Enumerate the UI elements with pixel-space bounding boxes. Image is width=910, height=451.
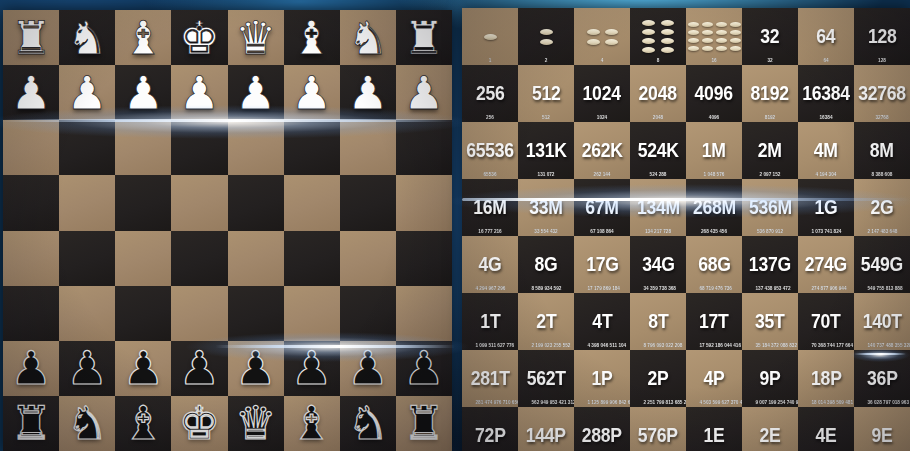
chess-square[interactable]: ♝ bbox=[115, 396, 171, 451]
value-square: 576P576 460 752 303 423 488 bbox=[630, 407, 686, 451]
white-pawn-piece[interactable]: ♟ bbox=[179, 70, 220, 116]
chess-square[interactable]: ♚ bbox=[171, 10, 227, 65]
square-value: 274G bbox=[805, 253, 847, 276]
white-pawn-piece[interactable]: ♟ bbox=[10, 70, 51, 116]
value-square: 4 bbox=[574, 8, 630, 65]
square-value: 36P bbox=[867, 367, 898, 390]
value-square: 4M4 194 304 bbox=[798, 122, 854, 179]
square-exact-value: 16 777 216 bbox=[475, 229, 504, 234]
square-value: 2048 bbox=[639, 82, 677, 105]
value-square: 16 bbox=[686, 8, 742, 65]
chess-square[interactable] bbox=[340, 286, 396, 341]
square-exact-value: 70 368 744 177 664 bbox=[811, 343, 840, 348]
white-bishop-piece[interactable]: ♝ bbox=[123, 15, 164, 61]
value-square: 4T4 398 046 511 104 bbox=[574, 293, 630, 350]
chess-square[interactable]: ♛ bbox=[228, 10, 284, 65]
chess-square[interactable]: ♜ bbox=[396, 396, 452, 451]
chess-square[interactable] bbox=[171, 120, 227, 175]
value-square: 137G137 438 953 472 bbox=[742, 236, 798, 293]
square-exact-value: 4096 bbox=[699, 115, 728, 120]
rice-grain-icon bbox=[661, 29, 674, 35]
square-value: 35T bbox=[755, 310, 785, 333]
square-value: 16M bbox=[473, 196, 506, 219]
square-value: 4T bbox=[592, 310, 612, 333]
black-pawn-piece[interactable]: ♟ bbox=[403, 345, 444, 391]
black-rook-piece[interactable]: ♜ bbox=[10, 400, 51, 446]
square-exact-value: 536 870 912 bbox=[755, 229, 784, 234]
chess-square[interactable] bbox=[59, 286, 115, 341]
square-exact-value: 9 007 199 254 740 992 bbox=[755, 400, 784, 405]
square-exact-value: 274 877 906 944 bbox=[811, 286, 840, 291]
value-square: 524K524 288 bbox=[630, 122, 686, 179]
square-value: 70T bbox=[811, 310, 841, 333]
video-frame: ♜♞♝♚♛♝♞♜♟♟♟♟♟♟♟♟♟♟♟♟♟♟♟♟♜♞♝♚♛♝♞♜ 1248163… bbox=[0, 0, 910, 451]
chess-square[interactable]: ♟ bbox=[228, 65, 284, 120]
square-value: 2P bbox=[647, 367, 668, 390]
value-square: 33M33 554 432 bbox=[518, 179, 574, 236]
chess-square[interactable]: ♞ bbox=[59, 10, 115, 65]
value-square: 8 bbox=[630, 8, 686, 65]
square-value: 144P bbox=[526, 424, 566, 447]
rice-grain-icon bbox=[661, 20, 674, 26]
chess-square[interactable] bbox=[59, 175, 115, 230]
value-square: 1638416384 bbox=[798, 65, 854, 122]
black-knight-piece[interactable]: ♞ bbox=[347, 400, 388, 446]
square-exact-value: 4 503 599 627 370 496 bbox=[699, 400, 728, 405]
square-value: 9E bbox=[871, 424, 892, 447]
white-bishop-piece[interactable]: ♝ bbox=[291, 15, 332, 61]
chess-square[interactable] bbox=[396, 286, 452, 341]
value-square: 9P9 007 199 254 740 992 bbox=[742, 350, 798, 407]
rice-grain-icon bbox=[540, 29, 553, 35]
value-square: 34G34 359 738 368 bbox=[630, 236, 686, 293]
square-exact-value: 32 bbox=[755, 58, 784, 63]
value-square: 35T35 184 372 088 832 bbox=[742, 293, 798, 350]
square-exact-value: 4 398 046 511 104 bbox=[587, 343, 616, 348]
white-pawn-piece[interactable]: ♟ bbox=[403, 70, 444, 116]
square-exact-value: 268 435 456 bbox=[699, 229, 728, 234]
white-knight-piece[interactable]: ♞ bbox=[67, 15, 108, 61]
rice-grains-group bbox=[587, 29, 618, 45]
value-square: 1T1 099 511 627 776 bbox=[462, 293, 518, 350]
value-square: 144P144 115 188 075 855 872 bbox=[518, 407, 574, 451]
value-square: 1 bbox=[462, 8, 518, 65]
chess-square[interactable] bbox=[115, 120, 171, 175]
value-square: 2T2 199 023 255 552 bbox=[518, 293, 574, 350]
square-exact-value: 16384 bbox=[811, 115, 840, 120]
square-value: 33M bbox=[529, 196, 562, 219]
chess-square[interactable] bbox=[284, 231, 340, 286]
square-exact-value: 8 388 608 bbox=[867, 172, 896, 177]
chess-square[interactable] bbox=[228, 231, 284, 286]
square-value: 137G bbox=[749, 253, 791, 276]
value-square: 8T8 796 093 022 208 bbox=[630, 293, 686, 350]
black-rook-piece[interactable]: ♜ bbox=[403, 400, 444, 446]
chess-square[interactable]: ♟ bbox=[171, 65, 227, 120]
rice-grain-icon bbox=[484, 34, 497, 40]
white-pawn-piece[interactable]: ♟ bbox=[123, 70, 164, 116]
square-exact-value: 68 719 476 736 bbox=[699, 286, 728, 291]
rice-grain-icon bbox=[702, 30, 713, 35]
white-king-piece[interactable]: ♚ bbox=[179, 15, 220, 61]
square-value: 17T bbox=[699, 310, 729, 333]
chess-square[interactable] bbox=[59, 120, 115, 175]
square-exact-value: 524 288 bbox=[643, 172, 672, 177]
chess-square[interactable] bbox=[59, 231, 115, 286]
chess-square[interactable]: ♝ bbox=[284, 10, 340, 65]
square-exact-value: 2 147 483 648 bbox=[867, 229, 896, 234]
black-pawn-piece[interactable]: ♟ bbox=[10, 345, 51, 391]
square-value: 524K bbox=[637, 139, 678, 162]
square-value: 1M bbox=[702, 139, 726, 162]
value-square: 70T70 368 744 177 664 bbox=[798, 293, 854, 350]
chess-square[interactable] bbox=[171, 175, 227, 230]
square-value: 8M bbox=[870, 139, 894, 162]
value-square: 72P72 057 594 037 927 936 bbox=[462, 407, 518, 451]
square-exact-value: 137 438 953 472 bbox=[755, 286, 784, 291]
square-exact-value: 140 737 488 355 328 bbox=[867, 343, 896, 348]
square-exact-value: 35 184 372 088 832 bbox=[755, 343, 784, 348]
chess-square[interactable]: ♚ bbox=[171, 396, 227, 451]
chess-square[interactable]: ♜ bbox=[3, 10, 59, 65]
chess-square[interactable] bbox=[115, 286, 171, 341]
square-exact-value: 2 251 799 813 685 248 bbox=[643, 400, 672, 405]
rice-grain-icon bbox=[587, 39, 600, 45]
square-value: 67M bbox=[585, 196, 618, 219]
square-exact-value: 8 bbox=[643, 58, 672, 63]
value-square: 36P36 028 797 018 963 968 bbox=[854, 350, 910, 407]
square-value: 4096 bbox=[695, 82, 733, 105]
chess-square[interactable] bbox=[228, 175, 284, 230]
chess-square[interactable] bbox=[284, 175, 340, 230]
square-exact-value: 33 554 432 bbox=[531, 229, 560, 234]
chess-square[interactable] bbox=[228, 286, 284, 341]
chess-square[interactable] bbox=[340, 231, 396, 286]
square-exact-value: 128 bbox=[867, 58, 896, 63]
black-bishop-piece[interactable]: ♝ bbox=[123, 400, 164, 446]
square-exact-value: 281 474 976 710 656 bbox=[475, 400, 504, 405]
value-square: 262K262 144 bbox=[574, 122, 630, 179]
chess-square[interactable] bbox=[284, 286, 340, 341]
rice-grain-icon bbox=[587, 29, 600, 35]
square-exact-value: 1 048 576 bbox=[699, 172, 728, 177]
value-square: 8G8 589 934 592 bbox=[518, 236, 574, 293]
black-pawn-piece[interactable]: ♟ bbox=[67, 345, 108, 391]
chess-square[interactable] bbox=[115, 175, 171, 230]
black-king-piece[interactable]: ♚ bbox=[179, 400, 220, 446]
value-square: 512512 bbox=[518, 65, 574, 122]
rice-grain-icon bbox=[716, 22, 727, 27]
white-pawn-piece[interactable]: ♟ bbox=[235, 70, 276, 116]
chess-square[interactable]: ♟ bbox=[284, 65, 340, 120]
chess-square[interactable]: ♟ bbox=[340, 65, 396, 120]
square-exact-value: 262 144 bbox=[587, 172, 616, 177]
value-square: 20482048 bbox=[630, 65, 686, 122]
square-exact-value: 67 108 864 bbox=[587, 229, 616, 234]
rice-grain-icon bbox=[730, 30, 741, 35]
square-value: 8T bbox=[648, 310, 668, 333]
square-exact-value: 1 099 511 627 776 bbox=[475, 343, 504, 348]
chess-square[interactable] bbox=[171, 231, 227, 286]
square-value: 128 bbox=[868, 25, 897, 48]
value-square: 4E4 611 686 018 427 387 904 bbox=[798, 407, 854, 451]
value-square: 1G1 073 741 824 bbox=[798, 179, 854, 236]
white-knight-piece[interactable]: ♞ bbox=[347, 15, 388, 61]
white-rook-piece[interactable]: ♜ bbox=[403, 15, 444, 61]
chess-board: ♜♞♝♚♛♝♞♜♟♟♟♟♟♟♟♟♟♟♟♟♟♟♟♟♜♞♝♚♛♝♞♜ bbox=[3, 10, 452, 451]
value-square: 131K131 072 bbox=[518, 122, 574, 179]
value-square: 549G549 755 813 888 bbox=[854, 236, 910, 293]
chess-square[interactable] bbox=[3, 120, 59, 175]
square-value: 1P bbox=[591, 367, 612, 390]
white-pawn-piece[interactable]: ♟ bbox=[291, 70, 332, 116]
rice-grains-group bbox=[688, 22, 741, 51]
rice-grain-icon bbox=[716, 46, 727, 51]
white-pawn-piece[interactable]: ♟ bbox=[347, 70, 388, 116]
value-square: 8M8 388 608 bbox=[854, 122, 910, 179]
value-square: 6464 bbox=[798, 8, 854, 65]
value-square: 3232 bbox=[742, 8, 798, 65]
rice-grain-icon bbox=[605, 29, 618, 35]
value-square: 2M2 097 152 bbox=[742, 122, 798, 179]
chess-square[interactable] bbox=[3, 175, 59, 230]
black-pawn-piece[interactable]: ♟ bbox=[347, 345, 388, 391]
square-exact-value: 1 125 899 906 842 624 bbox=[587, 400, 616, 405]
value-square: 2 bbox=[518, 8, 574, 65]
value-square: 17G17 179 869 184 bbox=[574, 236, 630, 293]
value-square: 1E1 152 921 504 606 846 976 bbox=[686, 407, 742, 451]
chess-square[interactable]: ♟ bbox=[396, 341, 452, 396]
square-exact-value: 18 014 398 509 481 984 bbox=[811, 400, 840, 405]
black-pawn-piece[interactable]: ♟ bbox=[291, 345, 332, 391]
black-knight-piece[interactable]: ♞ bbox=[67, 400, 108, 446]
white-rook-piece[interactable]: ♜ bbox=[10, 15, 51, 61]
chess-square[interactable] bbox=[396, 120, 452, 175]
rice-grain-icon bbox=[716, 30, 727, 35]
value-square: 68G68 719 476 736 bbox=[686, 236, 742, 293]
rice-grain-icon bbox=[661, 47, 674, 53]
black-pawn-piece[interactable]: ♟ bbox=[123, 345, 164, 391]
chess-square[interactable]: ♟ bbox=[228, 341, 284, 396]
chess-square[interactable]: ♞ bbox=[340, 10, 396, 65]
square-exact-value: 131 072 bbox=[531, 172, 560, 177]
chess-square[interactable] bbox=[3, 286, 59, 341]
black-pawn-piece[interactable]: ♟ bbox=[235, 345, 276, 391]
square-exact-value: 1024 bbox=[587, 115, 616, 120]
square-value: 32768 bbox=[858, 82, 906, 105]
square-value: 8192 bbox=[751, 82, 789, 105]
value-square: 18P18 014 398 509 481 984 bbox=[798, 350, 854, 407]
square-exact-value: 1 073 741 824 bbox=[811, 229, 840, 234]
rice-grain-icon bbox=[605, 39, 618, 45]
rice-grain-icon bbox=[716, 38, 727, 43]
chess-square[interactable]: ♞ bbox=[340, 396, 396, 451]
square-value: 4E bbox=[815, 424, 836, 447]
square-exact-value: 2048 bbox=[643, 115, 672, 120]
square-exact-value: 32768 bbox=[867, 115, 896, 120]
square-value: 32 bbox=[760, 25, 779, 48]
rice-grains-group bbox=[540, 29, 553, 45]
square-value: 2M bbox=[758, 139, 782, 162]
chess-square[interactable]: ♟ bbox=[115, 341, 171, 396]
square-exact-value: 549 755 813 888 bbox=[867, 286, 896, 291]
white-pawn-piece[interactable]: ♟ bbox=[67, 70, 108, 116]
square-exact-value: 34 359 738 368 bbox=[643, 286, 672, 291]
square-value: 2E bbox=[759, 424, 780, 447]
chess-square[interactable] bbox=[284, 120, 340, 175]
value-square: 10241024 bbox=[574, 65, 630, 122]
square-exact-value: 8 589 934 592 bbox=[531, 286, 560, 291]
rice-grain-icon bbox=[642, 38, 655, 44]
white-queen-piece[interactable]: ♛ bbox=[235, 15, 276, 61]
square-exact-value: 2 097 152 bbox=[755, 172, 784, 177]
square-value: 2G bbox=[871, 196, 894, 219]
rice-grain-icon bbox=[702, 38, 713, 43]
square-value: 72P bbox=[475, 424, 506, 447]
black-queen-piece[interactable]: ♛ bbox=[235, 400, 276, 446]
square-value: 8G bbox=[535, 253, 558, 276]
chess-square[interactable]: ♟ bbox=[171, 341, 227, 396]
rice-grain-icon bbox=[642, 29, 655, 35]
rice-grain-icon bbox=[642, 20, 655, 26]
rice-grain-icon bbox=[688, 22, 699, 27]
chess-square[interactable]: ♟ bbox=[340, 341, 396, 396]
square-exact-value: 8192 bbox=[755, 115, 784, 120]
square-value: 4P bbox=[703, 367, 724, 390]
square-value: 536M bbox=[749, 196, 792, 219]
square-exact-value: 16 bbox=[699, 58, 728, 63]
chess-square[interactable]: ♟ bbox=[3, 341, 59, 396]
black-pawn-piece[interactable]: ♟ bbox=[179, 345, 220, 391]
value-square: 2P2 251 799 813 685 248 bbox=[630, 350, 686, 407]
value-square: 536M536 870 912 bbox=[742, 179, 798, 236]
rice-grain-icon bbox=[688, 30, 699, 35]
value-square: 16M16 777 216 bbox=[462, 179, 518, 236]
value-square: 4G4 294 967 296 bbox=[462, 236, 518, 293]
square-exact-value: 8 796 093 022 208 bbox=[643, 343, 672, 348]
square-value: 262K bbox=[581, 139, 622, 162]
chess-square[interactable]: ♜ bbox=[3, 396, 59, 451]
square-value: 16384 bbox=[802, 82, 850, 105]
chess-square[interactable] bbox=[396, 231, 452, 286]
square-value: 1024 bbox=[583, 82, 621, 105]
square-exact-value: 17 179 869 184 bbox=[587, 286, 616, 291]
chess-square[interactable] bbox=[396, 175, 452, 230]
value-square: 81928192 bbox=[742, 65, 798, 122]
chess-square[interactable] bbox=[115, 231, 171, 286]
square-value: 65536 bbox=[466, 139, 514, 162]
chess-square[interactable]: ♟ bbox=[59, 65, 115, 120]
value-square: 281T281 474 976 710 656 bbox=[462, 350, 518, 407]
value-square: 274G274 877 906 944 bbox=[798, 236, 854, 293]
rice-grain-icon bbox=[730, 22, 741, 27]
square-value: 512 bbox=[532, 82, 561, 105]
square-value: 1G bbox=[815, 196, 838, 219]
square-value: 281T bbox=[470, 367, 509, 390]
value-square: 140T140 737 488 355 328 bbox=[854, 293, 910, 350]
square-value: 2T bbox=[536, 310, 556, 333]
chess-square[interactable]: ♟ bbox=[396, 65, 452, 120]
rice-grains-group bbox=[484, 34, 497, 40]
square-exact-value: 17 592 186 044 416 bbox=[699, 343, 728, 348]
value-square: 3276832768 bbox=[854, 65, 910, 122]
value-square: 4P4 503 599 627 370 496 bbox=[686, 350, 742, 407]
square-value: 4G bbox=[479, 253, 502, 276]
chess-square[interactable] bbox=[3, 231, 59, 286]
square-value: 576P bbox=[638, 424, 678, 447]
square-exact-value: 64 bbox=[811, 58, 840, 63]
rice-grain-icon bbox=[688, 38, 699, 43]
chess-square[interactable]: ♝ bbox=[115, 10, 171, 65]
rice-grain-icon bbox=[688, 46, 699, 51]
square-value: 288P bbox=[582, 424, 622, 447]
square-value: 268M bbox=[693, 196, 736, 219]
chess-square[interactable]: ♟ bbox=[284, 341, 340, 396]
square-value: 34G bbox=[642, 253, 674, 276]
chess-square[interactable]: ♞ bbox=[59, 396, 115, 451]
square-value: 1E bbox=[703, 424, 724, 447]
rice-grain-icon bbox=[702, 46, 713, 51]
value-square: 288P288 230 376 151 711 744 bbox=[574, 407, 630, 451]
values-board: 1248163232646412812825625651251210241024… bbox=[462, 8, 910, 451]
value-square: 9E9 223 372 036 854 775 808 bbox=[854, 407, 910, 451]
square-value: 562T bbox=[526, 367, 565, 390]
chess-square[interactable] bbox=[171, 286, 227, 341]
value-square: 40964096 bbox=[686, 65, 742, 122]
value-square: 268M268 435 456 bbox=[686, 179, 742, 236]
square-exact-value: 36 028 797 018 963 968 bbox=[867, 400, 896, 405]
chess-square[interactable] bbox=[340, 120, 396, 175]
chess-square[interactable] bbox=[228, 120, 284, 175]
value-square: 2E2 305 843 009 213 693 952 bbox=[742, 407, 798, 451]
rice-grain-icon bbox=[540, 39, 553, 45]
rice-grain-icon bbox=[730, 46, 741, 51]
square-exact-value: 512 bbox=[531, 115, 560, 120]
square-exact-value: 4 194 304 bbox=[811, 172, 840, 177]
chess-square[interactable] bbox=[340, 175, 396, 230]
chess-square[interactable]: ♟ bbox=[3, 65, 59, 120]
value-square: 17T17 592 186 044 416 bbox=[686, 293, 742, 350]
chess-square[interactable]: ♟ bbox=[115, 65, 171, 120]
value-square: 67M67 108 864 bbox=[574, 179, 630, 236]
square-exact-value: 256 bbox=[475, 115, 504, 120]
square-exact-value: 134 217 728 bbox=[643, 229, 672, 234]
value-square: 1M1 048 576 bbox=[686, 122, 742, 179]
square-exact-value: 4 294 967 296 bbox=[475, 286, 504, 291]
square-value: 140T bbox=[862, 310, 901, 333]
chess-square[interactable]: ♛ bbox=[228, 396, 284, 451]
square-value: 9P bbox=[759, 367, 780, 390]
square-exact-value: 65536 bbox=[475, 172, 504, 177]
value-square: 134M134 217 728 bbox=[630, 179, 686, 236]
chess-square[interactable]: ♟ bbox=[59, 341, 115, 396]
square-exact-value: 2 199 023 255 552 bbox=[531, 343, 560, 348]
rice-grain-icon bbox=[661, 38, 674, 44]
square-value: 68G bbox=[698, 253, 730, 276]
chess-square[interactable]: ♜ bbox=[396, 10, 452, 65]
square-exact-value: 1 bbox=[475, 58, 504, 63]
value-square: 6553665536 bbox=[462, 122, 518, 179]
chess-square[interactable]: ♝ bbox=[284, 396, 340, 451]
square-value: 18P bbox=[811, 367, 842, 390]
black-bishop-piece[interactable]: ♝ bbox=[291, 400, 332, 446]
rice-grain-icon bbox=[702, 22, 713, 27]
square-value: 131K bbox=[525, 139, 566, 162]
value-square: 2G2 147 483 648 bbox=[854, 179, 910, 236]
rice-grain-icon bbox=[730, 38, 741, 43]
square-value: 256 bbox=[476, 82, 505, 105]
rice-grain-icon bbox=[642, 47, 655, 53]
